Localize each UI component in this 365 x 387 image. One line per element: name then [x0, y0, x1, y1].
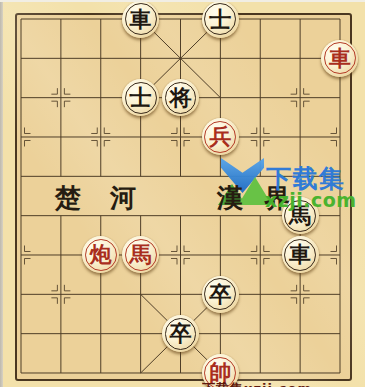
- piece-disc: 馬: [122, 236, 159, 273]
- piece-character: 車: [130, 8, 152, 30]
- piece-disc: 将: [162, 79, 199, 116]
- piece-disc: 士: [122, 79, 159, 116]
- piece-black-advisor[interactable]: 士: [200, 0, 240, 39]
- piece-red-soldier[interactable]: 兵: [200, 117, 240, 156]
- piece-black-soldier[interactable]: 卒: [161, 314, 201, 353]
- piece-red-horse[interactable]: 馬: [121, 235, 161, 274]
- piece-character: 士: [130, 86, 152, 108]
- piece-disc: 兵: [202, 118, 239, 155]
- piece-black-general[interactable]: 将: [161, 78, 201, 117]
- piece-character: 車: [289, 243, 311, 265]
- river-label-he: 河: [110, 185, 136, 211]
- piece-disc: 車: [282, 236, 319, 273]
- piece-black-advisor[interactable]: 士: [121, 78, 161, 117]
- clipped-watermark-strip: 下载集xzji.com: [202, 382, 363, 387]
- xiangqi-game-screenshot: 車士車士将兵馬炮馬車卒卒帥 楚 河 漢 界 下载集 xzji.com 下载集xz…: [0, 0, 365, 387]
- piece-black-chariot[interactable]: 車: [280, 235, 320, 274]
- piece-character: 士: [209, 8, 231, 30]
- piece-character: 将: [169, 86, 191, 108]
- piece-black-soldier[interactable]: 卒: [200, 275, 240, 314]
- watermark-site-domain: xzji.com: [265, 191, 357, 210]
- piece-character: 兵: [209, 125, 231, 147]
- piece-disc: 炮: [82, 236, 119, 273]
- screen-edge-top: [0, 0, 365, 2]
- piece-character: 車: [329, 47, 351, 69]
- screen-edge-left: [0, 0, 3, 387]
- piece-disc: 士: [202, 1, 239, 38]
- piece-disc: 車: [321, 40, 358, 77]
- piece-character: 卒: [169, 322, 191, 344]
- piece-character: 炮: [90, 243, 112, 265]
- piece-character: 馬: [130, 243, 152, 265]
- piece-disc: 卒: [202, 276, 239, 313]
- piece-black-chariot[interactable]: 車: [121, 0, 161, 39]
- river-label-han: 漢: [217, 185, 243, 211]
- river-label-chu: 楚: [55, 185, 81, 211]
- piece-character: 帥: [209, 361, 231, 383]
- piece-disc: 車: [122, 1, 159, 38]
- piece-disc: 卒: [162, 315, 199, 352]
- watermark-site-name: 下载集: [266, 166, 346, 191]
- piece-character: 卒: [209, 283, 231, 305]
- piece-red-cannon[interactable]: 炮: [81, 235, 121, 274]
- piece-red-chariot[interactable]: 車: [320, 39, 360, 78]
